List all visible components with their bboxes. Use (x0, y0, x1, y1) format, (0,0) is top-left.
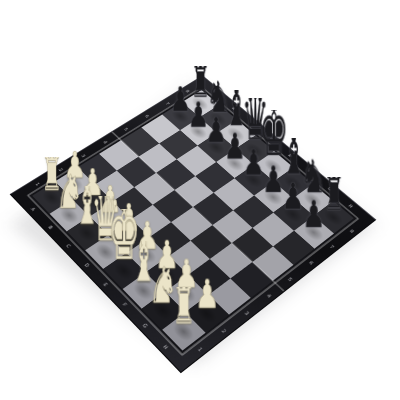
rank-label-right-7: 7 (329, 245, 335, 250)
file-label-bottom-E: E (102, 282, 108, 287)
file-label-top-A: A (213, 92, 218, 96)
rank-label-right-5: 5 (287, 277, 293, 282)
rank-label-left-8: 8 (184, 90, 189, 94)
file-label-bottom-C: C (65, 244, 71, 249)
file-label-bottom-G: G (141, 323, 148, 329)
square-b8: ♞ (200, 105, 237, 133)
file-label-top-C: C (249, 122, 255, 126)
square-a8: ♜ (182, 90, 219, 117)
file-label-bottom-B: B (47, 225, 53, 230)
file-label-bottom-D: D (83, 263, 90, 268)
file-label-top-D: D (268, 137, 274, 141)
square-b5 (138, 143, 177, 173)
rank-label-left-4: 4 (102, 140, 108, 144)
square-c6 (177, 146, 216, 176)
file-label-top-B: B (231, 107, 237, 111)
rank-label-left-7: 7 (165, 102, 170, 106)
board-grid: ♜♞♝♛♚♝♞♜♟♟♟♟♟♟♟♟♟♟♟♟♟♟♟♟♜♞♝♛♚♝♞♜ (32, 90, 354, 351)
square-d5 (174, 176, 214, 207)
square-a7: ♟ (162, 102, 199, 130)
square-b6 (159, 130, 197, 159)
square-d8: ♛ (236, 135, 274, 164)
square-d7: ♟ (216, 148, 255, 178)
rank-label-left-3: 3 (80, 154, 86, 158)
square-b7: ♟ (180, 117, 218, 146)
rank-label-right-1: 1 (197, 347, 203, 353)
square-c5 (156, 159, 195, 190)
rank-label-right-4: 4 (266, 294, 272, 299)
file-label-bottom-H: H (162, 344, 169, 350)
rank-label-left-5: 5 (123, 127, 129, 131)
square-e7: ♟ (235, 164, 274, 195)
board-wrapper: ♜♞♝♛♚♝♞♜♟♟♟♟♟♟♟♟♟♟♟♟♟♟♟♟♜♞♝♛♚♝♞♜ AA88BB7… (54, 68, 332, 346)
file-label-top-E: E (287, 153, 292, 157)
chess-board-frame: ♜♞♝♛♚♝♞♜♟♟♟♟♟♟♟♟♟♟♟♟♟♟♟♟♜♞♝♛♚♝♞♜ AA88BB7… (10, 75, 377, 373)
square-c7: ♟ (197, 133, 235, 162)
square-e6 (214, 178, 254, 210)
rank-label-left-6: 6 (144, 114, 149, 118)
file-label-bottom-F: F (122, 302, 128, 307)
square-a6 (142, 115, 180, 143)
square-c8: ♝ (217, 120, 255, 149)
rank-label-right-3: 3 (243, 311, 249, 316)
product-photo: ♜♞♝♛♚♝♞♜♟♟♟♟♟♟♟♟♟♟♟♟♟♟♟♟♜♞♝♛♚♝♞♜ AA88BB7… (0, 0, 400, 400)
scene: ♜♞♝♛♚♝♞♜♟♟♟♟♟♟♟♟♟♟♟♟♟♟♟♟♜♞♝♛♚♝♞♜ AA88BB7… (0, 0, 400, 400)
rank-label-right-6: 6 (308, 261, 314, 266)
file-label-bottom-A: A (30, 207, 36, 212)
rank-label-right-8: 8 (349, 229, 355, 234)
square-d6 (195, 162, 234, 193)
file-label-top-F: F (307, 170, 312, 174)
rank-label-right-2: 2 (220, 328, 226, 333)
board-playing-area: ♜♞♝♛♚♝♞♜♟♟♟♟♟♟♟♟♟♟♟♟♟♟♟♟♜♞♝♛♚♝♞♜ (32, 90, 354, 351)
square-a5 (121, 127, 159, 156)
